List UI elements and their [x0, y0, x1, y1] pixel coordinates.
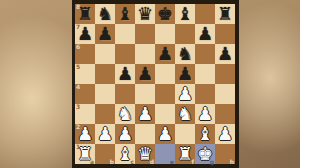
piece-black-bishop-c8[interactable]: ♝	[115, 4, 135, 24]
square-b2[interactable]: ♟	[95, 124, 115, 144]
piece-black-pawn-a7[interactable]: ♟	[75, 24, 95, 44]
square-b1[interactable]: b	[95, 144, 115, 164]
square-h2[interactable]: ♟	[215, 124, 235, 144]
piece-black-knight-b8[interactable]: ♞	[95, 4, 115, 24]
piece-black-rook-a8[interactable]: ♜	[75, 4, 95, 24]
square-a7[interactable]: 7♟	[75, 24, 95, 44]
square-h7[interactable]	[215, 24, 235, 44]
square-c8[interactable]: ♝	[115, 4, 135, 24]
square-f8[interactable]: ♝	[175, 4, 195, 24]
piece-white-pawn-b2[interactable]: ♟	[95, 124, 115, 144]
piece-black-bishop-f8[interactable]: ♝	[175, 4, 195, 24]
square-d6[interactable]	[135, 44, 155, 64]
square-a5[interactable]: 5	[75, 64, 95, 84]
piece-black-pawn-g7[interactable]: ♟	[195, 24, 215, 44]
square-b3[interactable]	[95, 104, 115, 124]
square-d8[interactable]: ♛	[135, 4, 155, 24]
square-h1[interactable]: h	[215, 144, 235, 164]
piece-black-rook-h8[interactable]: ♜	[215, 4, 235, 24]
rank-label-6: 6	[76, 43, 80, 50]
square-g4[interactable]	[195, 84, 215, 104]
file-label-h: h	[230, 158, 234, 165]
piece-black-pawn-h6[interactable]: ♟	[215, 44, 235, 64]
piece-black-pawn-d5[interactable]: ♟	[135, 64, 155, 84]
rank-label-5: 5	[76, 63, 80, 70]
piece-black-king-e8[interactable]: ♚	[155, 4, 175, 24]
piece-white-pawn-f4[interactable]: ♟	[175, 84, 195, 104]
square-g5[interactable]	[195, 64, 215, 84]
square-g2[interactable]: ♝	[195, 124, 215, 144]
square-e5[interactable]	[155, 64, 175, 84]
piece-black-queen-d8[interactable]: ♛	[135, 4, 155, 24]
square-d5[interactable]: ♟	[135, 64, 155, 84]
square-e8[interactable]: ♚	[155, 4, 175, 24]
rank-label-3: 3	[76, 103, 80, 110]
square-d4[interactable]	[135, 84, 155, 104]
square-g7[interactable]: ♟	[195, 24, 215, 44]
piece-white-knight-c3[interactable]: ♞	[115, 104, 135, 124]
square-f3[interactable]: ♞	[175, 104, 195, 124]
square-f5[interactable]: ♟	[175, 64, 195, 84]
piece-white-knight-f3[interactable]: ♞	[175, 104, 195, 124]
chess-board: 8♜♞♝♛♚♝♜7♟♟♟6♟♞♟5♟♟♟4♟3♞♟♞♟2♟♟♟♟♝♟1a♜bc♝…	[75, 4, 235, 164]
file-label-b: b	[110, 158, 114, 165]
square-h6[interactable]: ♟	[215, 44, 235, 64]
piece-black-knight-f6[interactable]: ♞	[175, 44, 195, 64]
square-b6[interactable]	[95, 44, 115, 64]
square-c6[interactable]	[115, 44, 135, 64]
square-b8[interactable]: ♞	[95, 4, 115, 24]
square-g8[interactable]	[195, 4, 215, 24]
square-e7[interactable]	[155, 24, 175, 44]
piece-white-rook-f1[interactable]: ♜	[175, 144, 195, 164]
piece-white-pawn-h2[interactable]: ♟	[215, 124, 235, 144]
square-a3[interactable]: 3	[75, 104, 95, 124]
square-b5[interactable]	[95, 64, 115, 84]
square-f2[interactable]	[175, 124, 195, 144]
square-g1[interactable]: g♚	[195, 144, 215, 164]
square-c3[interactable]: ♞	[115, 104, 135, 124]
file-label-e: e	[170, 158, 174, 165]
square-c2[interactable]: ♟	[115, 124, 135, 144]
square-e1[interactable]: e	[155, 144, 175, 164]
square-d7[interactable]	[135, 24, 155, 44]
square-e6[interactable]: ♟	[155, 44, 175, 64]
square-c7[interactable]	[115, 24, 135, 44]
square-a4[interactable]: 4	[75, 84, 95, 104]
square-e3[interactable]	[155, 104, 175, 124]
piece-white-pawn-e2[interactable]: ♟	[155, 124, 175, 144]
square-f1[interactable]: f♜	[175, 144, 195, 164]
piece-black-pawn-c5[interactable]: ♟	[115, 64, 135, 84]
square-a2[interactable]: 2♟	[75, 124, 95, 144]
square-a1[interactable]: 1a♜	[75, 144, 95, 164]
square-c1[interactable]: c♝	[115, 144, 135, 164]
rank-label-4: 4	[76, 83, 80, 90]
square-h8[interactable]: ♜	[215, 4, 235, 24]
piece-black-pawn-e6[interactable]: ♟	[155, 44, 175, 64]
piece-black-pawn-b7[interactable]: ♟	[95, 24, 115, 44]
square-f6[interactable]: ♞	[175, 44, 195, 64]
piece-white-pawn-d3[interactable]: ♟	[135, 104, 155, 124]
square-c4[interactable]	[115, 84, 135, 104]
square-d1[interactable]: d♛	[135, 144, 155, 164]
square-a8[interactable]: 8♜	[75, 4, 95, 24]
square-d3[interactable]: ♟	[135, 104, 155, 124]
square-h4[interactable]	[215, 84, 235, 104]
square-g3[interactable]: ♟	[195, 104, 215, 124]
piece-white-king-g1[interactable]: ♚	[195, 144, 215, 164]
piece-white-pawn-c2[interactable]: ♟	[115, 124, 135, 144]
piece-white-bishop-c1[interactable]: ♝	[115, 144, 135, 164]
piece-white-pawn-g3[interactable]: ♟	[195, 104, 215, 124]
square-h5[interactable]	[215, 64, 235, 84]
piece-white-rook-a1[interactable]: ♜	[75, 144, 95, 164]
square-e2[interactable]: ♟	[155, 124, 175, 144]
piece-white-pawn-a2[interactable]: ♟	[75, 124, 95, 144]
square-f7[interactable]	[175, 24, 195, 44]
piece-white-bishop-g2[interactable]: ♝	[195, 124, 215, 144]
square-g6[interactable]	[195, 44, 215, 64]
square-b4[interactable]	[95, 84, 115, 104]
piece-white-queen-d1[interactable]: ♛	[135, 144, 155, 164]
square-c5[interactable]: ♟	[115, 64, 135, 84]
square-f4[interactable]: ♟	[175, 84, 195, 104]
square-h3[interactable]	[215, 104, 235, 124]
piece-black-pawn-f5[interactable]: ♟	[175, 64, 195, 84]
square-d2[interactable]	[135, 124, 155, 144]
square-e4[interactable]	[155, 84, 175, 104]
board-frame: 8♜♞♝♛♚♝♜7♟♟♟6♟♞♟5♟♟♟4♟3♞♟♞♟2♟♟♟♟♝♟1a♜bc♝…	[72, 0, 239, 168]
square-a6[interactable]: 6	[75, 44, 95, 64]
square-b7[interactable]: ♟	[95, 24, 115, 44]
